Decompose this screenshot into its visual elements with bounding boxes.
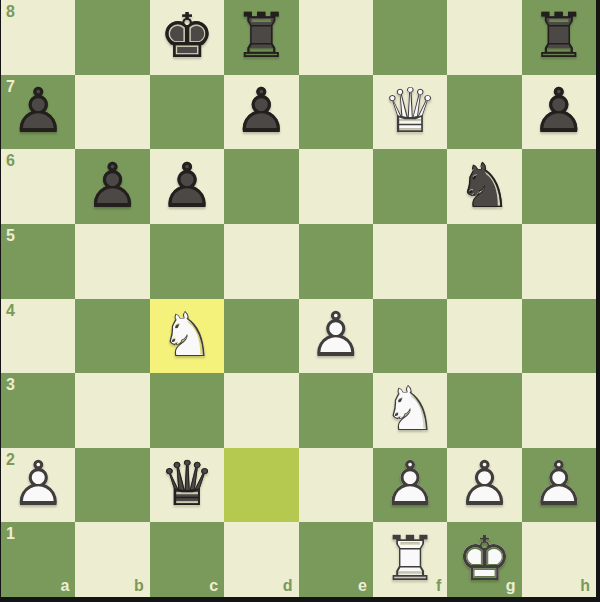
square-a6[interactable]: 6 bbox=[1, 149, 75, 224]
square-h6[interactable] bbox=[522, 149, 596, 224]
square-g6[interactable]: ♞♘ bbox=[447, 149, 521, 224]
square-h5[interactable] bbox=[522, 224, 596, 299]
square-g4[interactable] bbox=[447, 299, 521, 374]
white-pawn[interactable]: ♟♙ bbox=[299, 299, 373, 374]
white-pawn[interactable]: ♟♙ bbox=[447, 448, 521, 523]
square-h7[interactable]: ♟♙ bbox=[522, 75, 596, 150]
square-h1[interactable]: h bbox=[522, 522, 596, 597]
square-a5[interactable]: 5 bbox=[1, 224, 75, 299]
square-e8[interactable] bbox=[299, 0, 373, 75]
black-pawn-outline-icon: ♙ bbox=[234, 80, 290, 142]
white-queen[interactable]: ♛♕ bbox=[373, 75, 447, 150]
file-label-d: d bbox=[283, 578, 293, 594]
square-f6[interactable] bbox=[373, 149, 447, 224]
rank-label-4: 4 bbox=[6, 303, 15, 319]
black-pawn[interactable]: ♟♙ bbox=[224, 75, 298, 150]
white-rook[interactable]: ♜♖ bbox=[373, 522, 447, 597]
square-c1[interactable]: c bbox=[150, 522, 224, 597]
white-knight-outline-icon: ♘ bbox=[382, 378, 438, 440]
square-f1[interactable]: f♜♖ bbox=[373, 522, 447, 597]
black-rook[interactable]: ♜♖ bbox=[224, 0, 298, 75]
white-pawn[interactable]: ♟♙ bbox=[373, 448, 447, 523]
white-pawn[interactable]: ♟♙ bbox=[1, 448, 75, 523]
black-queen-outline-icon: ♕ bbox=[159, 453, 215, 515]
square-d5[interactable] bbox=[224, 224, 298, 299]
square-g5[interactable] bbox=[447, 224, 521, 299]
white-pawn-outline-icon: ♙ bbox=[10, 453, 66, 515]
rank-label-1: 1 bbox=[6, 526, 15, 542]
square-b1[interactable]: b bbox=[75, 522, 149, 597]
black-king-outline-icon: ♔ bbox=[159, 5, 215, 67]
black-pawn-outline-icon: ♙ bbox=[159, 154, 215, 216]
square-e4[interactable]: ♟♙ bbox=[299, 299, 373, 374]
square-b7[interactable] bbox=[75, 75, 149, 150]
square-e2[interactable] bbox=[299, 448, 373, 523]
square-e3[interactable] bbox=[299, 373, 373, 448]
square-a1[interactable]: 1a bbox=[1, 522, 75, 597]
square-d4[interactable] bbox=[224, 299, 298, 374]
square-a8[interactable]: 8 bbox=[1, 0, 75, 75]
file-label-c: c bbox=[209, 578, 218, 594]
white-pawn[interactable]: ♟♙ bbox=[522, 448, 596, 523]
square-g2[interactable]: ♟♙ bbox=[447, 448, 521, 523]
white-pawn-outline-icon: ♙ bbox=[308, 304, 364, 366]
square-e6[interactable] bbox=[299, 149, 373, 224]
square-b2[interactable] bbox=[75, 448, 149, 523]
rank-label-5: 5 bbox=[6, 228, 15, 244]
square-h3[interactable] bbox=[522, 373, 596, 448]
white-king-outline-icon: ♔ bbox=[457, 527, 513, 589]
square-a4[interactable]: 4 bbox=[1, 299, 75, 374]
square-c8[interactable]: ♚♔ bbox=[150, 0, 224, 75]
white-pawn-outline-icon: ♙ bbox=[457, 453, 513, 515]
square-h4[interactable] bbox=[522, 299, 596, 374]
square-b5[interactable] bbox=[75, 224, 149, 299]
square-b8[interactable] bbox=[75, 0, 149, 75]
square-b4[interactable] bbox=[75, 299, 149, 374]
square-h8[interactable]: ♜♖ bbox=[522, 0, 596, 75]
black-king[interactable]: ♚♔ bbox=[150, 0, 224, 75]
black-knight-outline-icon: ♘ bbox=[457, 154, 513, 216]
black-rook-outline-icon: ♖ bbox=[531, 5, 587, 67]
square-g8[interactable] bbox=[447, 0, 521, 75]
black-queen[interactable]: ♛♕ bbox=[150, 448, 224, 523]
square-c7[interactable] bbox=[150, 75, 224, 150]
square-e1[interactable]: e bbox=[299, 522, 373, 597]
square-c6[interactable]: ♟♙ bbox=[150, 149, 224, 224]
black-pawn[interactable]: ♟♙ bbox=[75, 149, 149, 224]
square-g3[interactable] bbox=[447, 373, 521, 448]
square-a7[interactable]: 7♟♙ bbox=[1, 75, 75, 150]
black-pawn[interactable]: ♟♙ bbox=[150, 149, 224, 224]
black-pawn[interactable]: ♟♙ bbox=[522, 75, 596, 150]
square-c4[interactable]: ♞♘ bbox=[150, 299, 224, 374]
square-e5[interactable] bbox=[299, 224, 373, 299]
square-c5[interactable] bbox=[150, 224, 224, 299]
square-g1[interactable]: g♚♔ bbox=[447, 522, 521, 597]
file-label-h: h bbox=[580, 578, 590, 594]
square-d7[interactable]: ♟♙ bbox=[224, 75, 298, 150]
file-label-e: e bbox=[358, 578, 367, 594]
square-f5[interactable] bbox=[373, 224, 447, 299]
rank-label-8: 8 bbox=[6, 4, 15, 20]
square-d3[interactable] bbox=[224, 373, 298, 448]
square-d1[interactable]: d bbox=[224, 522, 298, 597]
square-g7[interactable] bbox=[447, 75, 521, 150]
square-b3[interactable] bbox=[75, 373, 149, 448]
square-f4[interactable] bbox=[373, 299, 447, 374]
black-knight[interactable]: ♞♘ bbox=[447, 149, 521, 224]
white-rook-outline-icon: ♖ bbox=[382, 527, 438, 589]
white-pawn-outline-icon: ♙ bbox=[531, 453, 587, 515]
square-f7[interactable]: ♛♕ bbox=[373, 75, 447, 150]
square-a3[interactable]: 3 bbox=[1, 373, 75, 448]
black-pawn-outline-icon: ♙ bbox=[531, 80, 587, 142]
white-knight-outline-icon: ♘ bbox=[159, 304, 215, 366]
rank-label-3: 3 bbox=[6, 377, 15, 393]
black-pawn-outline-icon: ♙ bbox=[10, 80, 66, 142]
square-c2[interactable]: ♛♕ bbox=[150, 448, 224, 523]
square-a2[interactable]: 2♟♙ bbox=[1, 448, 75, 523]
chess-board: 8♚♔♜♖♜♖7♟♙♟♙♛♕♟♙6♟♙♟♙♞♘54♞♘♟♙3♞♘2♟♙♛♕♟♙♟… bbox=[1, 0, 596, 597]
black-rook[interactable]: ♜♖ bbox=[522, 0, 596, 75]
square-f2[interactable]: ♟♙ bbox=[373, 448, 447, 523]
white-knight[interactable]: ♞♘ bbox=[373, 373, 447, 448]
square-d8[interactable]: ♜♖ bbox=[224, 0, 298, 75]
white-queen-outline-icon: ♕ bbox=[382, 80, 438, 142]
black-pawn-outline-icon: ♙ bbox=[85, 154, 141, 216]
square-d6[interactable] bbox=[224, 149, 298, 224]
square-f3[interactable]: ♞♘ bbox=[373, 373, 447, 448]
square-d2[interactable] bbox=[224, 448, 298, 523]
black-rook-outline-icon: ♖ bbox=[234, 5, 290, 67]
square-b6[interactable]: ♟♙ bbox=[75, 149, 149, 224]
file-label-a: a bbox=[60, 578, 69, 594]
black-pawn[interactable]: ♟♙ bbox=[1, 75, 75, 150]
white-king[interactable]: ♚♔ bbox=[447, 522, 521, 597]
square-f8[interactable] bbox=[373, 0, 447, 75]
square-h2[interactable]: ♟♙ bbox=[522, 448, 596, 523]
file-label-b: b bbox=[134, 578, 144, 594]
board-frame: 8♚♔♜♖♜♖7♟♙♟♙♛♕♟♙6♟♙♟♙♞♘54♞♘♟♙3♞♘2♟♙♛♕♟♙♟… bbox=[0, 0, 600, 602]
white-knight[interactable]: ♞♘ bbox=[150, 299, 224, 374]
white-pawn-outline-icon: ♙ bbox=[382, 453, 438, 515]
square-c3[interactable] bbox=[150, 373, 224, 448]
rank-label-6: 6 bbox=[6, 153, 15, 169]
square-e7[interactable] bbox=[299, 75, 373, 150]
